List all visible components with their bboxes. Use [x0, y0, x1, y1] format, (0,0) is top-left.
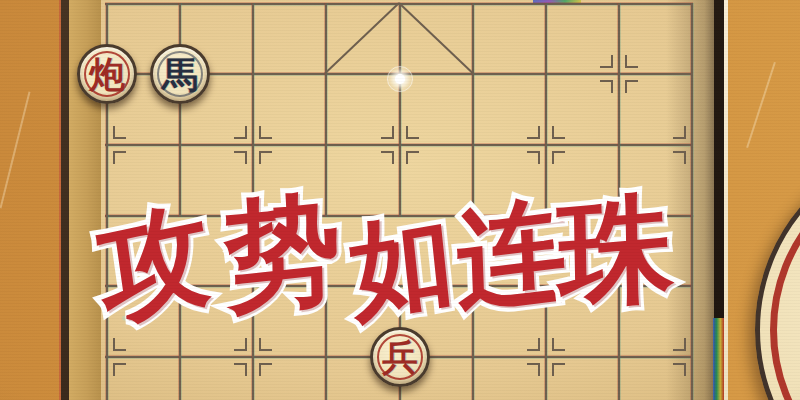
- piece-glyph: 兵: [382, 339, 418, 375]
- point-marker: [234, 363, 247, 376]
- point-marker: [234, 151, 247, 164]
- grid-line: [545, 3, 547, 217]
- point-marker: [113, 338, 126, 351]
- point-marker: [527, 363, 540, 376]
- grid-line: [106, 3, 108, 217]
- point-marker: [527, 151, 540, 164]
- grid-line: [618, 285, 620, 400]
- point-marker: [381, 151, 394, 164]
- point-marker: [600, 80, 613, 93]
- point-marker: [527, 338, 540, 351]
- point-marker: [673, 338, 686, 351]
- point-marker: [259, 151, 272, 164]
- point-marker: [113, 363, 126, 376]
- grid-line: [325, 285, 327, 400]
- point-marker: [673, 126, 686, 139]
- point-marker: [673, 363, 686, 376]
- grid-line: [179, 3, 181, 217]
- point-marker: [600, 55, 613, 68]
- piece-red-cannon[interactable]: 炮: [77, 44, 137, 104]
- point-marker: [527, 126, 540, 139]
- point-marker: [381, 126, 394, 139]
- palace-diagonal: [398, 2, 473, 74]
- grid-line: [472, 285, 474, 400]
- point-marker: [234, 126, 247, 139]
- point-marker: [406, 151, 419, 164]
- grid-line: [545, 285, 547, 400]
- point-marker: [552, 151, 565, 164]
- grid-line: [106, 285, 108, 400]
- grid-line: [399, 3, 401, 217]
- grid-line: [325, 3, 327, 217]
- xiangqi-game-screenshot: 炮馬兵 攻 势 如 连 珠: [0, 0, 800, 400]
- grid-line: [252, 3, 254, 217]
- point-marker: [259, 338, 272, 351]
- piece-black-horse[interactable]: 馬: [150, 44, 210, 104]
- grid-line: [691, 285, 693, 400]
- point-marker: [552, 126, 565, 139]
- point-marker: [625, 55, 638, 68]
- point-marker: [673, 151, 686, 164]
- grid-line: [691, 3, 693, 217]
- point-marker: [259, 363, 272, 376]
- piece-red-soldier[interactable]: 兵: [370, 327, 430, 387]
- grid-line: [252, 285, 254, 400]
- point-marker: [406, 126, 419, 139]
- grid-line: [106, 215, 108, 285]
- point-marker: [234, 338, 247, 351]
- point-marker: [552, 338, 565, 351]
- palace-diagonal: [324, 2, 399, 74]
- point-marker: [625, 80, 638, 93]
- point-marker: [113, 151, 126, 164]
- grid-line: [691, 215, 693, 285]
- point-marker: [552, 363, 565, 376]
- grid-line: [179, 285, 181, 400]
- piece-glyph: 馬: [162, 56, 198, 92]
- point-marker: [259, 126, 272, 139]
- grid-line: [472, 3, 474, 217]
- point-marker: [113, 126, 126, 139]
- grid-line: [618, 3, 620, 217]
- piece-glyph: 炮: [89, 56, 125, 92]
